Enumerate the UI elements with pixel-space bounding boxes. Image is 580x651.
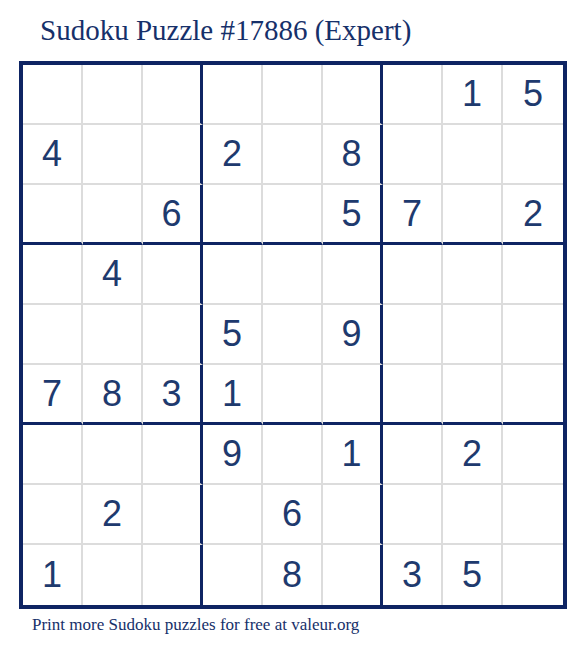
cell-r8c7[interactable] [383,485,443,545]
cell-r6c1[interactable]: 7 [23,365,83,425]
cell-r2c6[interactable]: 8 [323,125,383,185]
cell-r1c4[interactable] [203,65,263,125]
cell-r8c3[interactable] [143,485,203,545]
page-title: Sudoku Puzzle #17886 (Expert) [40,14,411,47]
cell-r1c6[interactable] [323,65,383,125]
cell-r5c3[interactable] [143,305,203,365]
cell-r7c9[interactable] [503,425,563,485]
cell-r3c1[interactable] [23,185,83,245]
cell-r7c6[interactable]: 1 [323,425,383,485]
cell-r9c5[interactable]: 8 [263,545,323,605]
cell-r1c1[interactable] [23,65,83,125]
cell-r2c4[interactable]: 2 [203,125,263,185]
cell-r9c6[interactable] [323,545,383,605]
cell-r6c7[interactable] [383,365,443,425]
cell-r3c7[interactable]: 7 [383,185,443,245]
cell-r9c1[interactable]: 1 [23,545,83,605]
cell-r9c9[interactable] [503,545,563,605]
cell-r3c4[interactable] [203,185,263,245]
cell-r5c6[interactable]: 9 [323,305,383,365]
cell-r2c8[interactable] [443,125,503,185]
cell-r8c8[interactable] [443,485,503,545]
cell-r5c9[interactable] [503,305,563,365]
cell-r6c9[interactable] [503,365,563,425]
cell-r9c7[interactable]: 3 [383,545,443,605]
cell-r2c2[interactable] [83,125,143,185]
cell-r9c8[interactable]: 5 [443,545,503,605]
cell-r7c2[interactable] [83,425,143,485]
footer-text: Print more Sudoku puzzles for free at va… [32,615,359,635]
cell-r4c8[interactable] [443,245,503,305]
cell-r8c4[interactable] [203,485,263,545]
cell-r7c3[interactable] [143,425,203,485]
cell-r7c8[interactable]: 2 [443,425,503,485]
cell-r8c9[interactable] [503,485,563,545]
cell-r4c5[interactable] [263,245,323,305]
cell-r8c1[interactable] [23,485,83,545]
cell-r8c6[interactable] [323,485,383,545]
cell-r8c2[interactable]: 2 [83,485,143,545]
cell-r7c7[interactable] [383,425,443,485]
cell-r4c6[interactable] [323,245,383,305]
cell-r5c8[interactable] [443,305,503,365]
cell-r6c5[interactable] [263,365,323,425]
cell-r4c4[interactable] [203,245,263,305]
cell-r6c3[interactable]: 3 [143,365,203,425]
cell-r1c8[interactable]: 1 [443,65,503,125]
cell-r4c9[interactable] [503,245,563,305]
cell-r2c9[interactable] [503,125,563,185]
cell-r1c9[interactable]: 5 [503,65,563,125]
cell-r3c9[interactable]: 2 [503,185,563,245]
cell-r3c3[interactable]: 6 [143,185,203,245]
cell-r6c2[interactable]: 8 [83,365,143,425]
sudoku-board: 1542865724597831912261835 [19,61,567,609]
cell-r9c2[interactable] [83,545,143,605]
cell-r8c5[interactable]: 6 [263,485,323,545]
cell-r7c5[interactable] [263,425,323,485]
cell-r6c8[interactable] [443,365,503,425]
cell-r5c7[interactable] [383,305,443,365]
cell-r5c2[interactable] [83,305,143,365]
cell-r9c4[interactable] [203,545,263,605]
cell-r7c1[interactable] [23,425,83,485]
cell-r6c6[interactable] [323,365,383,425]
cell-r6c4[interactable]: 1 [203,365,263,425]
cell-r4c7[interactable] [383,245,443,305]
cell-r1c2[interactable] [83,65,143,125]
cell-r5c4[interactable]: 5 [203,305,263,365]
cell-r1c3[interactable] [143,65,203,125]
cell-r3c2[interactable] [83,185,143,245]
cell-r2c5[interactable] [263,125,323,185]
cell-r4c1[interactable] [23,245,83,305]
cell-r2c3[interactable] [143,125,203,185]
cell-r7c4[interactable]: 9 [203,425,263,485]
cell-r3c8[interactable] [443,185,503,245]
cell-r2c7[interactable] [383,125,443,185]
cell-r3c6[interactable]: 5 [323,185,383,245]
cell-r1c5[interactable] [263,65,323,125]
cell-r4c2[interactable]: 4 [83,245,143,305]
cell-r3c5[interactable] [263,185,323,245]
cell-r2c1[interactable]: 4 [23,125,83,185]
cell-r4c3[interactable] [143,245,203,305]
sudoku-page: Sudoku Puzzle #17886 (Expert) 1542865724… [0,0,580,651]
cell-r1c7[interactable] [383,65,443,125]
cell-r5c1[interactable] [23,305,83,365]
cell-r5c5[interactable] [263,305,323,365]
cell-r9c3[interactable] [143,545,203,605]
